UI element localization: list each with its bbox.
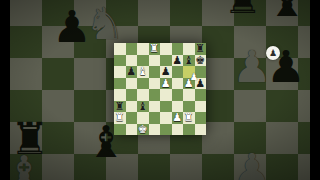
- square-a2[interactable]: ♜: [114, 112, 126, 124]
- square-g2[interactable]: ♜: [183, 112, 195, 124]
- square-h7[interactable]: ♚: [195, 55, 207, 67]
- square-c1[interactable]: ♚: [137, 124, 149, 136]
- square-f6[interactable]: [172, 66, 184, 78]
- square-b4[interactable]: [126, 89, 138, 101]
- black-pawn[interactable]: ♟: [160, 66, 172, 78]
- square-f1[interactable]: [172, 124, 184, 136]
- chess-board[interactable]: ♜♜♟♝♚♟♝♟♟♟♟♜♝♜♟♜♚: [114, 43, 206, 135]
- square-g7[interactable]: ♝: [183, 55, 195, 67]
- square-c6[interactable]: ♝: [137, 66, 149, 78]
- square-c5[interactable]: [137, 78, 149, 90]
- video-frame: ♟♞♜♝♟♟♜♝♝♟ ♟ ♜♜♟♝♚♟♝♟♟♟♟♜♝♜♟♜♚ ♟: [0, 0, 320, 180]
- square-a6[interactable]: [114, 66, 126, 78]
- square-f5[interactable]: [172, 78, 184, 90]
- black-king[interactable]: ♚: [195, 55, 207, 67]
- square-d4[interactable]: [149, 89, 161, 101]
- square-h8[interactable]: ♜: [195, 43, 207, 55]
- square-a7[interactable]: [114, 55, 126, 67]
- square-h4[interactable]: [195, 89, 207, 101]
- black-pawn[interactable]: ♟: [172, 55, 184, 67]
- square-e8[interactable]: [160, 43, 172, 55]
- square-f4[interactable]: [172, 89, 184, 101]
- white-king[interactable]: ♚: [137, 124, 149, 136]
- white-pawn[interactable]: ♟: [160, 78, 172, 90]
- animating-white-pawn-icon: ♟: [190, 72, 199, 82]
- white-rook[interactable]: ♜: [183, 112, 195, 124]
- square-b5[interactable]: [126, 78, 138, 90]
- square-d5[interactable]: [149, 78, 161, 90]
- square-d6[interactable]: [149, 66, 161, 78]
- white-rook[interactable]: ♜: [114, 112, 126, 124]
- square-e4[interactable]: [160, 89, 172, 101]
- square-b2[interactable]: [126, 112, 138, 124]
- square-e6[interactable]: ♟: [160, 66, 172, 78]
- square-b8[interactable]: [126, 43, 138, 55]
- square-b1[interactable]: [126, 124, 138, 136]
- pawn-badge-icon: ♟: [266, 46, 280, 60]
- square-g8[interactable]: [183, 43, 195, 55]
- square-b3[interactable]: [126, 101, 138, 113]
- square-h1[interactable]: [195, 124, 207, 136]
- black-pawn[interactable]: ♟: [126, 66, 138, 78]
- square-e5[interactable]: ♟: [160, 78, 172, 90]
- square-f2[interactable]: ♟: [172, 112, 184, 124]
- square-c2[interactable]: [137, 112, 149, 124]
- square-d1[interactable]: [149, 124, 161, 136]
- black-bishop[interactable]: ♝: [137, 101, 149, 113]
- square-a1[interactable]: [114, 124, 126, 136]
- square-c3[interactable]: ♝: [137, 101, 149, 113]
- square-g1[interactable]: [183, 124, 195, 136]
- square-d3[interactable]: [149, 101, 161, 113]
- white-pawn[interactable]: ♟: [172, 112, 184, 124]
- square-a4[interactable]: [114, 89, 126, 101]
- square-d7[interactable]: [149, 55, 161, 67]
- square-b6[interactable]: ♟: [126, 66, 138, 78]
- square-f7[interactable]: ♟: [172, 55, 184, 67]
- square-c8[interactable]: [137, 43, 149, 55]
- square-e2[interactable]: [160, 112, 172, 124]
- square-h2[interactable]: [195, 112, 207, 124]
- square-d2[interactable]: [149, 112, 161, 124]
- square-f8[interactable]: [172, 43, 184, 55]
- square-g4[interactable]: [183, 89, 195, 101]
- square-a8[interactable]: [114, 43, 126, 55]
- black-bishop[interactable]: ♝: [183, 55, 195, 67]
- square-h3[interactable]: [195, 101, 207, 113]
- white-bishop[interactable]: ♝: [137, 66, 149, 78]
- white-rook[interactable]: ♜: [149, 43, 161, 55]
- black-rook[interactable]: ♜: [195, 43, 207, 55]
- square-e1[interactable]: [160, 124, 172, 136]
- square-d8[interactable]: ♜: [149, 43, 161, 55]
- square-e3[interactable]: [160, 101, 172, 113]
- square-c4[interactable]: [137, 89, 149, 101]
- square-a5[interactable]: [114, 78, 126, 90]
